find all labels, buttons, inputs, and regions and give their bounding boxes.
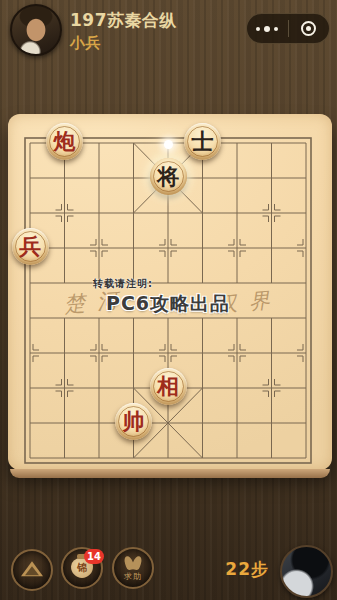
more-button[interactable] [247,14,288,43]
more-dot-icon [264,26,270,32]
close-button[interactable] [289,14,330,43]
xiangqi-board: 楚河 汉界 转载请注明: PC6攻略出品 炮士将兵相帅 [8,114,332,470]
menu-button[interactable] [11,549,53,591]
piece-black-advisor[interactable]: 士 [184,123,221,160]
game-screen: 197苏秦合纵 小兵 楚河 汉界 转载请注明: PC6攻略出品 炮士将兵相帅 锦 [0,0,337,600]
piece-red-general[interactable]: 帅 [115,403,152,440]
help-button[interactable]: 求助 [112,547,154,589]
last-move-marker [164,140,173,149]
steps-counter: 22步 [225,558,269,581]
watermark-brand: PC6攻略出品 [70,291,266,317]
collapse-arrow-icon [21,561,43,576]
more-dot-icon [256,27,260,31]
piece-red-soldier[interactable]: 兵 [12,228,49,265]
piece-black-general[interactable]: 将 [150,158,187,195]
opponent-avatar[interactable] [280,545,333,598]
miniprogram-capsule [246,13,330,44]
watermark: 转载请注明: PC6攻略出品 [70,277,266,317]
watermark-note: 转载请注明: [93,277,266,291]
player-avatar[interactable] [10,4,62,56]
top-bar: 197苏秦合纵 小兵 [0,0,337,62]
praying-hands-icon [123,556,143,570]
close-circle-icon [301,21,316,36]
level-title: 197苏秦合纵 [70,9,177,32]
more-dot-icon [274,27,278,31]
hint-count-badge: 14 [84,549,104,564]
help-label: 求助 [114,571,152,582]
piece-red-elephant[interactable]: 相 [150,368,187,405]
piece-red-cannon[interactable]: 炮 [46,123,83,160]
difficulty-label: 小兵 [70,34,100,53]
